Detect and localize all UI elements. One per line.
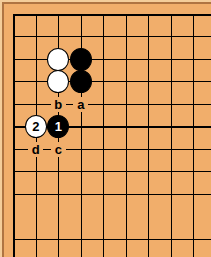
point-label-a: a xyxy=(73,97,88,112)
point-label-b: b xyxy=(51,97,66,112)
point-label-d: d xyxy=(28,142,43,157)
white-stone-move-2: 2 xyxy=(25,115,47,138)
go-board: 2 1 b a d c xyxy=(2,3,205,251)
black-stone-dc xyxy=(70,48,92,71)
white-stone-cd xyxy=(47,70,69,93)
point-label-c: c xyxy=(51,142,66,157)
black-stone-dd xyxy=(70,70,92,93)
go-board-diagram: 2 1 b a d c xyxy=(0,0,211,257)
black-stone-move-1: 1 xyxy=(47,115,69,138)
white-stone-cc xyxy=(47,48,69,71)
